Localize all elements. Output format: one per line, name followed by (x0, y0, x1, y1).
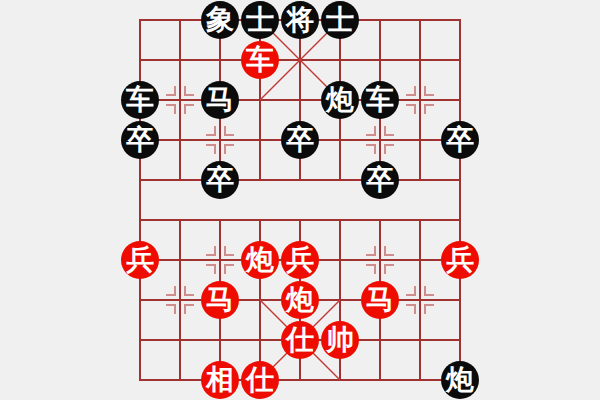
piece-red-advisor[interactable]: 仕 (281, 321, 319, 359)
piece-black-king[interactable]: 将 (281, 1, 319, 39)
piece-black-rook[interactable]: 车 (121, 81, 159, 119)
piece-red-cannon[interactable]: 炮 (281, 281, 319, 319)
piece-red-advisor[interactable]: 仕 (241, 361, 279, 399)
piece-red-horse[interactable]: 马 (361, 281, 399, 319)
piece-red-rook[interactable]: 车 (241, 41, 279, 79)
piece-black-cannon[interactable]: 炮 (441, 361, 479, 399)
piece-red-pawn[interactable]: 兵 (281, 241, 319, 279)
piece-black-pawn[interactable]: 卒 (281, 121, 319, 159)
piece-black-cannon[interactable]: 炮 (321, 81, 359, 119)
piece-black-pawn[interactable]: 卒 (121, 121, 159, 159)
piece-red-pawn[interactable]: 兵 (121, 241, 159, 279)
piece-red-elephant[interactable]: 相 (201, 361, 239, 399)
piece-black-elephant[interactable]: 象 (201, 1, 239, 39)
piece-black-horse[interactable]: 马 (201, 81, 239, 119)
piece-red-cannon[interactable]: 炮 (241, 241, 279, 279)
piece-black-pawn[interactable]: 卒 (201, 161, 239, 199)
piece-red-horse[interactable]: 马 (201, 281, 239, 319)
piece-black-pawn[interactable]: 卒 (441, 121, 479, 159)
xiangqi-board: 象士将士车车马炮车卒卒卒卒卒兵炮兵兵马炮马仕帅相仕炮 (0, 0, 600, 400)
piece-black-advisor[interactable]: 士 (241, 1, 279, 39)
piece-black-advisor[interactable]: 士 (321, 1, 359, 39)
piece-black-rook[interactable]: 车 (361, 81, 399, 119)
piece-red-king[interactable]: 帅 (321, 321, 359, 359)
piece-black-pawn[interactable]: 卒 (361, 161, 399, 199)
piece-red-pawn[interactable]: 兵 (441, 241, 479, 279)
